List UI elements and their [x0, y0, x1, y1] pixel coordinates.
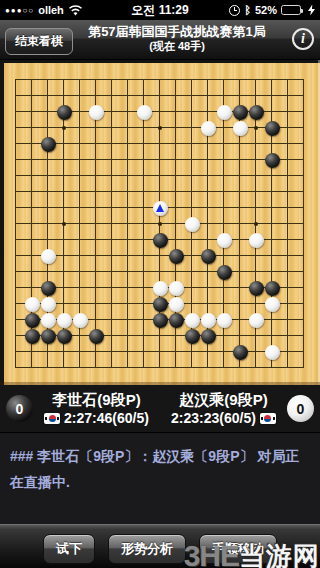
board-point[interactable] [280, 184, 296, 200]
board-point[interactable] [120, 120, 136, 136]
board-point[interactable] [296, 312, 312, 328]
board-point[interactable] [232, 184, 248, 200]
board-point[interactable] [264, 344, 280, 360]
board-point[interactable] [280, 168, 296, 184]
board-point[interactable] [296, 344, 312, 360]
board-point[interactable] [56, 152, 72, 168]
board-point[interactable] [72, 200, 88, 216]
board-point[interactable] [120, 296, 136, 312]
board-point[interactable] [24, 280, 40, 296]
board-point[interactable] [200, 136, 216, 152]
board-point[interactable] [56, 248, 72, 264]
board-point[interactable] [184, 280, 200, 296]
board-point[interactable] [152, 360, 168, 376]
board-point[interactable] [232, 232, 248, 248]
board-point[interactable] [264, 312, 280, 328]
board-point[interactable] [56, 328, 72, 344]
board-point[interactable] [120, 184, 136, 200]
board-point[interactable] [40, 280, 56, 296]
board-point[interactable] [152, 104, 168, 120]
board-point[interactable] [136, 168, 152, 184]
board-point[interactable] [56, 360, 72, 376]
board-point[interactable] [216, 168, 232, 184]
board-point[interactable] [200, 216, 216, 232]
board-point[interactable] [120, 200, 136, 216]
board-point[interactable] [184, 168, 200, 184]
board-point[interactable] [88, 264, 104, 280]
board-point[interactable] [280, 104, 296, 120]
board-point[interactable] [152, 88, 168, 104]
board-point[interactable] [264, 120, 280, 136]
board-point[interactable] [264, 216, 280, 232]
board-point[interactable] [280, 232, 296, 248]
board-point[interactable] [264, 88, 280, 104]
board-point[interactable] [120, 264, 136, 280]
board-point[interactable] [184, 152, 200, 168]
board-point[interactable] [56, 72, 72, 88]
board-point[interactable] [280, 72, 296, 88]
board-point[interactable] [120, 136, 136, 152]
board-point[interactable] [216, 312, 232, 328]
board-point[interactable] [280, 328, 296, 344]
board-point[interactable] [24, 168, 40, 184]
board-point[interactable] [296, 360, 312, 376]
board-point[interactable] [152, 296, 168, 312]
board-point[interactable] [24, 120, 40, 136]
board-point[interactable] [200, 200, 216, 216]
board-point[interactable] [232, 216, 248, 232]
board-point[interactable] [264, 360, 280, 376]
board-point[interactable] [152, 280, 168, 296]
board-point[interactable] [40, 72, 56, 88]
board-point[interactable] [120, 328, 136, 344]
board-point[interactable] [280, 136, 296, 152]
board-point[interactable] [136, 152, 152, 168]
board-point[interactable] [24, 136, 40, 152]
board-point[interactable] [216, 200, 232, 216]
board-point[interactable] [248, 168, 264, 184]
board-point[interactable] [24, 184, 40, 200]
board-point[interactable] [200, 312, 216, 328]
board-point[interactable] [40, 248, 56, 264]
board-point[interactable] [40, 120, 56, 136]
board-point[interactable] [168, 216, 184, 232]
board-point[interactable] [24, 72, 40, 88]
board-point[interactable] [152, 232, 168, 248]
board-point[interactable] [248, 232, 264, 248]
board-point[interactable] [296, 136, 312, 152]
board-point[interactable] [296, 104, 312, 120]
board-point[interactable] [8, 312, 24, 328]
board-point[interactable] [104, 184, 120, 200]
board-point[interactable] [264, 232, 280, 248]
board-point[interactable] [216, 280, 232, 296]
board-point[interactable] [248, 296, 264, 312]
board-point[interactable] [120, 88, 136, 104]
board-point[interactable] [264, 168, 280, 184]
board-point[interactable] [24, 88, 40, 104]
board-point[interactable] [40, 232, 56, 248]
board-point[interactable] [24, 216, 40, 232]
board-point[interactable] [56, 88, 72, 104]
board-point[interactable] [40, 184, 56, 200]
board-point[interactable] [200, 296, 216, 312]
board-point[interactable] [88, 360, 104, 376]
board-point[interactable] [72, 184, 88, 200]
board-point[interactable] [88, 312, 104, 328]
board-point[interactable] [168, 312, 184, 328]
board-point[interactable] [136, 216, 152, 232]
board-point[interactable] [168, 264, 184, 280]
board-point[interactable] [248, 72, 264, 88]
board-point[interactable] [88, 120, 104, 136]
board-point[interactable] [72, 248, 88, 264]
board-point[interactable] [40, 312, 56, 328]
board-point[interactable] [216, 104, 232, 120]
board-point[interactable] [104, 296, 120, 312]
board-point[interactable] [296, 296, 312, 312]
board-point[interactable] [200, 248, 216, 264]
board-point[interactable] [184, 120, 200, 136]
board-point[interactable] [8, 184, 24, 200]
board-point[interactable] [152, 248, 168, 264]
board-point[interactable] [72, 104, 88, 120]
board-point[interactable] [184, 184, 200, 200]
board-point[interactable] [56, 312, 72, 328]
board-point[interactable] [168, 184, 184, 200]
board-point[interactable] [296, 152, 312, 168]
board-point[interactable] [248, 152, 264, 168]
board-point[interactable] [200, 328, 216, 344]
board-point[interactable] [152, 312, 168, 328]
board-point[interactable] [56, 280, 72, 296]
board-point[interactable] [120, 216, 136, 232]
board-point[interactable] [40, 216, 56, 232]
board-point[interactable] [24, 360, 40, 376]
board-point[interactable] [120, 360, 136, 376]
board-point[interactable] [264, 264, 280, 280]
board-point[interactable] [280, 360, 296, 376]
board-point[interactable] [104, 344, 120, 360]
board-point[interactable] [136, 72, 152, 88]
board-point[interactable] [184, 312, 200, 328]
board-point[interactable] [168, 296, 184, 312]
board-point[interactable] [8, 248, 24, 264]
board-point[interactable] [184, 232, 200, 248]
board-point[interactable] [216, 248, 232, 264]
board-point[interactable] [248, 360, 264, 376]
board-point[interactable] [56, 184, 72, 200]
board-point[interactable] [152, 264, 168, 280]
board-point[interactable] [200, 72, 216, 88]
board-point[interactable] [8, 264, 24, 280]
board-point[interactable] [232, 152, 248, 168]
board-point[interactable] [136, 360, 152, 376]
board-point[interactable] [24, 296, 40, 312]
board-point[interactable] [152, 168, 168, 184]
board-point[interactable] [152, 152, 168, 168]
board-point[interactable] [200, 344, 216, 360]
board-point[interactable] [168, 152, 184, 168]
board-point[interactable] [8, 360, 24, 376]
board-point[interactable] [24, 248, 40, 264]
board-point[interactable] [72, 344, 88, 360]
board-point[interactable] [296, 232, 312, 248]
board-point[interactable] [40, 168, 56, 184]
board-point[interactable] [184, 72, 200, 88]
board-point[interactable] [216, 152, 232, 168]
board-point[interactable] [232, 120, 248, 136]
board-point[interactable] [88, 88, 104, 104]
board-point[interactable] [136, 104, 152, 120]
board-point[interactable] [184, 360, 200, 376]
board-point[interactable] [120, 248, 136, 264]
board-point[interactable] [248, 200, 264, 216]
board-point[interactable] [8, 216, 24, 232]
board-point[interactable] [264, 280, 280, 296]
board-point[interactable] [152, 328, 168, 344]
board-point[interactable] [296, 168, 312, 184]
board-point[interactable] [120, 280, 136, 296]
board-point[interactable] [24, 264, 40, 280]
board-point[interactable] [248, 264, 264, 280]
board-point[interactable] [88, 152, 104, 168]
board-point[interactable] [88, 216, 104, 232]
board-point[interactable] [264, 104, 280, 120]
board-point[interactable] [72, 72, 88, 88]
board-point[interactable] [168, 88, 184, 104]
board-point[interactable] [104, 216, 120, 232]
board-point[interactable] [8, 152, 24, 168]
board-point[interactable] [88, 344, 104, 360]
board-point[interactable] [248, 136, 264, 152]
board-point[interactable] [248, 344, 264, 360]
board-point[interactable] [8, 136, 24, 152]
board-point[interactable] [248, 280, 264, 296]
board-point[interactable] [136, 312, 152, 328]
board-point[interactable] [248, 120, 264, 136]
board-point[interactable] [296, 328, 312, 344]
board-point[interactable] [216, 360, 232, 376]
board-point[interactable] [232, 360, 248, 376]
board-point[interactable] [8, 104, 24, 120]
board-point[interactable] [136, 280, 152, 296]
board-point[interactable] [8, 72, 24, 88]
board-point[interactable] [8, 120, 24, 136]
board-point[interactable] [104, 248, 120, 264]
board-point[interactable] [24, 104, 40, 120]
board-point[interactable] [216, 264, 232, 280]
board-point[interactable] [216, 184, 232, 200]
board-point[interactable] [88, 232, 104, 248]
board-point[interactable] [56, 296, 72, 312]
board-point[interactable] [216, 328, 232, 344]
board-point[interactable] [200, 264, 216, 280]
board-point[interactable] [104, 120, 120, 136]
board-point[interactable] [184, 296, 200, 312]
board-point[interactable] [168, 120, 184, 136]
board-point[interactable] [120, 232, 136, 248]
board-point[interactable] [296, 120, 312, 136]
board-point[interactable] [136, 184, 152, 200]
board-point[interactable] [168, 168, 184, 184]
board-point[interactable] [232, 248, 248, 264]
board-point[interactable] [72, 360, 88, 376]
board-point[interactable] [296, 88, 312, 104]
board-point[interactable] [152, 184, 168, 200]
board-point[interactable] [56, 104, 72, 120]
board-point[interactable] [40, 136, 56, 152]
board-point[interactable] [24, 200, 40, 216]
board-point[interactable] [232, 312, 248, 328]
board-point[interactable] [88, 280, 104, 296]
board-point[interactable] [232, 280, 248, 296]
board-point[interactable] [24, 232, 40, 248]
board-point[interactable] [232, 264, 248, 280]
board-point[interactable] [136, 296, 152, 312]
board-point[interactable] [24, 152, 40, 168]
board-point[interactable] [24, 328, 40, 344]
board-point[interactable] [104, 136, 120, 152]
board-point[interactable] [24, 344, 40, 360]
board-point[interactable] [152, 72, 168, 88]
board-point[interactable] [200, 360, 216, 376]
board-point[interactable] [264, 184, 280, 200]
board-point[interactable] [88, 248, 104, 264]
board-point[interactable] [40, 360, 56, 376]
board-point[interactable] [72, 168, 88, 184]
board-point[interactable] [280, 248, 296, 264]
board-point[interactable] [216, 120, 232, 136]
board-point[interactable] [8, 328, 24, 344]
board-point[interactable] [280, 120, 296, 136]
board-point[interactable] [8, 200, 24, 216]
board-point[interactable] [184, 248, 200, 264]
board-point[interactable] [280, 216, 296, 232]
board-point[interactable] [72, 328, 88, 344]
board-point[interactable] [40, 328, 56, 344]
board-point[interactable] [248, 248, 264, 264]
board-point[interactable] [88, 296, 104, 312]
board-point[interactable] [120, 344, 136, 360]
board-point[interactable] [200, 232, 216, 248]
board-point[interactable] [280, 264, 296, 280]
board-point[interactable] [40, 296, 56, 312]
board-point[interactable] [264, 328, 280, 344]
board-point[interactable] [104, 152, 120, 168]
board-point[interactable] [104, 312, 120, 328]
board-point[interactable] [56, 136, 72, 152]
board-point[interactable] [120, 72, 136, 88]
board-point[interactable] [104, 104, 120, 120]
board-point[interactable] [248, 184, 264, 200]
board-point[interactable] [184, 328, 200, 344]
board-point[interactable] [56, 232, 72, 248]
move-navigation-button[interactable]: 手顺移动 [199, 534, 277, 564]
board-point[interactable] [152, 200, 168, 216]
board-point[interactable] [56, 216, 72, 232]
board-point[interactable] [200, 168, 216, 184]
board-point[interactable] [232, 328, 248, 344]
board-point[interactable] [120, 312, 136, 328]
board-point[interactable] [168, 104, 184, 120]
board-point[interactable] [248, 312, 264, 328]
board-point[interactable] [280, 152, 296, 168]
board-point[interactable] [264, 200, 280, 216]
board-point[interactable] [184, 216, 200, 232]
board-point[interactable] [168, 136, 184, 152]
board-point[interactable] [168, 72, 184, 88]
board-point[interactable] [152, 344, 168, 360]
board-point[interactable] [56, 200, 72, 216]
board-point[interactable] [8, 232, 24, 248]
board-point[interactable] [296, 216, 312, 232]
board-point[interactable] [40, 344, 56, 360]
board-point[interactable] [40, 152, 56, 168]
board-point[interactable] [56, 264, 72, 280]
board-point[interactable] [232, 200, 248, 216]
board-point[interactable] [72, 296, 88, 312]
board-point[interactable] [168, 344, 184, 360]
board-point[interactable] [232, 72, 248, 88]
board-point[interactable] [8, 88, 24, 104]
board-point[interactable] [88, 184, 104, 200]
board-point[interactable] [104, 264, 120, 280]
board-point[interactable] [200, 280, 216, 296]
board-point[interactable] [104, 168, 120, 184]
board-point[interactable] [232, 136, 248, 152]
board-point[interactable] [232, 104, 248, 120]
board-point[interactable] [136, 264, 152, 280]
board-point[interactable] [280, 88, 296, 104]
board-point[interactable] [72, 312, 88, 328]
board-point[interactable] [280, 344, 296, 360]
board-point[interactable] [200, 88, 216, 104]
board-point[interactable] [104, 328, 120, 344]
board-point[interactable] [296, 184, 312, 200]
board-point[interactable] [72, 120, 88, 136]
board-point[interactable] [40, 104, 56, 120]
board-point[interactable] [296, 248, 312, 264]
board-point[interactable] [40, 264, 56, 280]
board-point[interactable] [200, 104, 216, 120]
board-point[interactable] [296, 280, 312, 296]
board-point[interactable] [232, 344, 248, 360]
board-point[interactable] [168, 360, 184, 376]
board-point[interactable] [168, 200, 184, 216]
board-point[interactable] [280, 296, 296, 312]
board-point[interactable] [72, 152, 88, 168]
board-point[interactable] [280, 312, 296, 328]
board-point[interactable] [248, 88, 264, 104]
board-point[interactable] [216, 344, 232, 360]
board-point[interactable] [184, 136, 200, 152]
board-point[interactable] [216, 72, 232, 88]
board-point[interactable] [280, 280, 296, 296]
board-point[interactable] [104, 72, 120, 88]
board-point[interactable] [184, 200, 200, 216]
board-point[interactable] [200, 152, 216, 168]
board-point[interactable] [40, 88, 56, 104]
board-point[interactable] [104, 88, 120, 104]
board-point[interactable] [296, 264, 312, 280]
info-icon[interactable]: i [292, 28, 314, 50]
board-point[interactable] [168, 232, 184, 248]
board-point[interactable] [8, 296, 24, 312]
board-point[interactable] [8, 168, 24, 184]
board-point[interactable] [248, 104, 264, 120]
board-point[interactable] [120, 168, 136, 184]
